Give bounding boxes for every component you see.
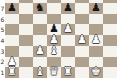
square-c4[interactable] — [33, 35, 47, 46]
square-h5[interactable] — [103, 24, 117, 35]
square-h1[interactable] — [103, 67, 117, 78]
chess-board[interactable]: ♜♚♜♟♞♟♟♟♟♟♟♟♟♝♟♜♝♛♜♚ — [5, 0, 117, 78]
rank-label-1: 1 — [0, 67, 5, 78]
square-b6[interactable] — [19, 14, 33, 25]
square-h4[interactable] — [103, 35, 117, 46]
square-e1[interactable]: ♜ — [61, 67, 75, 78]
black-pawn-icon: ♟ — [7, 3, 17, 14]
square-g1[interactable]: ♚ — [89, 67, 103, 78]
square-f4[interactable]: ♟ — [75, 35, 89, 46]
square-g6[interactable] — [89, 14, 103, 25]
rank-label-4: 4 — [0, 35, 5, 46]
square-d1[interactable]: ♛ — [47, 67, 61, 78]
square-f7[interactable] — [75, 3, 89, 14]
white-pawn-icon: ♟ — [63, 24, 73, 35]
square-b5[interactable] — [19, 24, 33, 35]
rank-label-column: 7654321 — [0, 3, 5, 78]
white-bishop-icon: ♝ — [49, 46, 59, 57]
white-pawn-icon: ♟ — [7, 57, 17, 68]
square-e6[interactable] — [61, 14, 75, 25]
square-f6[interactable] — [75, 14, 89, 25]
square-f3[interactable] — [75, 46, 89, 57]
white-rook-icon: ♜ — [63, 67, 73, 78]
square-c2[interactable] — [33, 57, 47, 68]
square-f5[interactable] — [75, 24, 89, 35]
square-c5[interactable] — [33, 24, 47, 35]
square-c3[interactable]: ♟ — [33, 46, 47, 57]
white-bishop-icon: ♝ — [35, 67, 45, 78]
square-c6[interactable] — [33, 14, 47, 25]
square-f2[interactable] — [75, 57, 89, 68]
square-h3[interactable] — [103, 46, 117, 57]
white-pawn-icon: ♟ — [91, 35, 101, 46]
square-b3[interactable] — [19, 46, 33, 57]
square-d7[interactable] — [47, 3, 61, 14]
square-b2[interactable] — [19, 57, 33, 68]
square-d4[interactable]: ♟ — [47, 35, 61, 46]
square-g2[interactable] — [89, 57, 103, 68]
square-a5[interactable] — [5, 24, 19, 35]
square-b7[interactable] — [19, 3, 33, 14]
square-b1[interactable] — [19, 67, 33, 78]
square-e2[interactable] — [61, 57, 75, 68]
square-e5[interactable]: ♟ — [61, 24, 75, 35]
square-a2[interactable]: ♟ — [5, 57, 19, 68]
chess-diagram: ♜♚♜♟♞♟♟♟♟♟♟♟♟♝♟♜♝♛♜♚ 7654321 — [0, 0, 120, 80]
rank-label-3: 3 — [0, 46, 5, 57]
square-h2[interactable] — [103, 57, 117, 68]
white-queen-icon: ♛ — [49, 67, 59, 78]
square-d2[interactable] — [47, 57, 61, 68]
white-pawn-icon: ♟ — [49, 35, 59, 46]
square-g5[interactable] — [89, 24, 103, 35]
rank-label-6: 6 — [0, 14, 5, 25]
square-g4[interactable]: ♟ — [89, 35, 103, 46]
square-a1[interactable]: ♜ — [5, 67, 19, 78]
rank-label-5: 5 — [0, 24, 5, 35]
square-h7[interactable] — [103, 3, 117, 14]
black-pawn-icon: ♟ — [49, 24, 59, 35]
white-pawn-icon: ♟ — [77, 35, 87, 46]
square-d3[interactable]: ♝ — [47, 46, 61, 57]
white-king-icon: ♚ — [91, 67, 101, 78]
square-e7[interactable]: ♟ — [61, 3, 75, 14]
square-a7[interactable]: ♟ — [5, 3, 19, 14]
square-a6[interactable] — [5, 14, 19, 25]
board-right-margin — [117, 0, 120, 80]
white-rook-icon: ♜ — [7, 67, 17, 78]
square-d5[interactable]: ♟ — [47, 24, 61, 35]
black-pawn-icon: ♟ — [91, 3, 101, 14]
square-c7[interactable]: ♞ — [33, 3, 47, 14]
square-f1[interactable] — [75, 67, 89, 78]
square-a4[interactable] — [5, 35, 19, 46]
black-knight-icon: ♞ — [35, 3, 45, 14]
square-e4[interactable] — [61, 35, 75, 46]
board-bottom-margin — [0, 78, 120, 80]
square-h6[interactable] — [103, 14, 117, 25]
rank-label-7: 7 — [0, 3, 5, 14]
rank-label-2: 2 — [0, 57, 5, 68]
square-c1[interactable]: ♝ — [33, 67, 47, 78]
square-b4[interactable] — [19, 35, 33, 46]
square-g3[interactable] — [89, 46, 103, 57]
square-a3[interactable] — [5, 46, 19, 57]
black-pawn-icon: ♟ — [63, 3, 73, 14]
square-e3[interactable] — [61, 46, 75, 57]
white-pawn-icon: ♟ — [35, 46, 45, 57]
square-g7[interactable]: ♟ — [89, 3, 103, 14]
square-d6[interactable] — [47, 14, 61, 25]
